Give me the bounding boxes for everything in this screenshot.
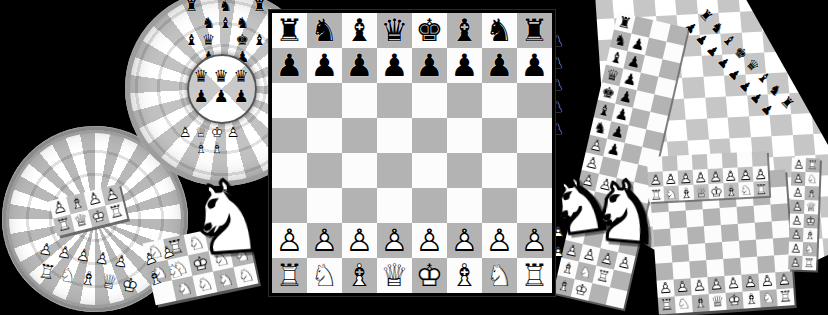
- square-c4[interactable]: [342, 153, 377, 188]
- piece-p: ♟: [346, 50, 374, 81]
- cell: ♚♔: [726, 292, 744, 310]
- cell: ♜♖: [658, 296, 676, 314]
- piece-P: ♟♙: [381, 225, 409, 256]
- square-b5[interactable]: [307, 118, 342, 153]
- piece-Q: ♛♕: [695, 185, 708, 200]
- piece-P: ♟♙: [692, 278, 706, 294]
- cell: [738, 223, 756, 241]
- knight-outline: ♘: [180, 156, 278, 279]
- piece-R: ♜♖: [660, 298, 674, 314]
- piece-b: ♝: [185, 33, 198, 48]
- piece-P: ♟♙: [276, 225, 304, 256]
- cell: ♜: [183, 0, 200, 15]
- cell: ♟♙: [693, 169, 709, 185]
- cell: [772, 220, 790, 238]
- piece-Q: ♛♕: [710, 294, 724, 310]
- piece-r: ♜: [276, 15, 304, 46]
- piece-P: ♟♙: [416, 225, 444, 256]
- square-f6[interactable]: [447, 83, 482, 118]
- square-f8[interactable]: ♝: [447, 13, 482, 48]
- piece-q: ♛: [233, 68, 248, 85]
- cell: ♛♕: [693, 184, 709, 200]
- cell: ♝♗: [692, 294, 710, 312]
- cell: ♝♗: [193, 140, 209, 156]
- cell: ♟♙: [708, 168, 724, 184]
- square-g8[interactable]: ♞: [482, 13, 517, 48]
- piece-N: ♞♘: [740, 182, 753, 197]
- cell: [670, 227, 688, 245]
- piece-n: ♞: [202, 16, 215, 31]
- square-c8[interactable]: ♝: [342, 13, 377, 48]
- cell: [669, 210, 687, 228]
- square-d7[interactable]: ♟: [377, 48, 412, 83]
- cell: [769, 186, 787, 204]
- piece-P: ♟♙: [726, 276, 740, 292]
- piece-N: ♞♘: [677, 296, 691, 312]
- cell: ♞: [200, 15, 217, 32]
- piece-b: ♝: [596, 102, 612, 120]
- piece-r: ♜: [521, 15, 549, 46]
- square-c3[interactable]: [342, 188, 377, 223]
- square-f2[interactable]: ♟♙: [447, 223, 482, 258]
- piece-R: ♜♖: [807, 159, 818, 171]
- cell: [722, 241, 740, 259]
- square-c2[interactable]: ♟♙: [342, 223, 377, 258]
- cell: ♟: [191, 86, 211, 106]
- piece-K: ♚♔: [211, 125, 224, 139]
- chess-collage-scene: ♜♞♜♞♝♞♝♛♚♝♟♟ ♛♛♛♟♟♟ ♟♙♛♕♚♔♟♙♝♗♝♗ ♟♙♟♙♟♙♟…: [0, 0, 828, 315]
- cell: ♞♘: [663, 186, 679, 202]
- piece-P: ♟♙: [791, 215, 802, 227]
- cell: [686, 209, 704, 227]
- piece-P: ♟♙: [675, 279, 689, 295]
- piece-b: ♝: [451, 15, 479, 46]
- cell: ♞♘: [805, 172, 819, 186]
- large-knight-figure: ♞ ♘: [181, 165, 277, 271]
- square-d4[interactable]: [377, 153, 412, 188]
- cell: ♞: [234, 15, 251, 32]
- square-h8[interactable]: ♜: [517, 13, 552, 48]
- rotated-column-board: ♟♙♜♖♟♙♞♘♟♙♝♗♟♙♛♕♟♙♚♔♟♙♝♗♟♙♞♘♟♙♜♖: [788, 158, 820, 271]
- piece-R: ♜♖: [276, 260, 304, 291]
- square-g4[interactable]: [482, 153, 517, 188]
- cell: ♜♖: [802, 256, 816, 270]
- square-e1[interactable]: ♚♔: [412, 258, 447, 293]
- cell: ♟: [231, 86, 251, 106]
- piece-p: ♟: [213, 88, 228, 105]
- square-a5[interactable]: [272, 118, 307, 153]
- piece-r: ♜: [616, 14, 632, 32]
- piece-B: ♝♗: [451, 260, 479, 291]
- cell: [771, 203, 789, 221]
- square-h1[interactable]: ♜♖: [517, 258, 552, 293]
- piece-q: ♛: [193, 68, 208, 85]
- piece-N: ♞♘: [577, 264, 593, 282]
- piece-R: ♜♖: [755, 181, 768, 196]
- square-e6[interactable]: [412, 83, 447, 118]
- cell: [251, 49, 268, 66]
- square-c5[interactable]: [342, 118, 377, 153]
- cell: ♝♗: [804, 186, 818, 200]
- cell: ♟♙: [678, 170, 694, 186]
- piece-P: ♟♙: [754, 166, 767, 181]
- square-e4[interactable]: [412, 153, 447, 188]
- piece-P: ♟♙: [790, 257, 801, 269]
- cell: ♞♘: [803, 242, 817, 256]
- cell: [703, 208, 721, 226]
- cell: ♟♙: [789, 228, 803, 242]
- square-d6[interactable]: [377, 83, 412, 118]
- cell: [225, 140, 241, 156]
- cell: ♚: [234, 32, 251, 49]
- piece-P: ♟♙: [227, 125, 240, 139]
- piece-n: ♞: [612, 32, 628, 50]
- cell: ♝: [251, 32, 268, 49]
- square-d2[interactable]: ♟♙: [377, 223, 412, 258]
- piece-R: ♜♖: [107, 203, 125, 222]
- square-a6[interactable]: [272, 83, 307, 118]
- square-e7[interactable]: ♟: [412, 48, 447, 83]
- piece-P: ♟♙: [790, 243, 801, 255]
- square-h6[interactable]: [517, 83, 552, 118]
- piece-q: ♛: [213, 68, 228, 85]
- piece-k: ♚: [600, 84, 616, 102]
- square-f3[interactable]: [447, 188, 482, 223]
- square-c1[interactable]: ♝♗: [342, 258, 377, 293]
- cell: ♛♕: [709, 293, 727, 311]
- cell: ♛: [211, 66, 231, 86]
- piece-P: ♟♙: [451, 225, 479, 256]
- piece-b: ♝: [346, 15, 374, 46]
- cell: [737, 206, 755, 224]
- square-a8[interactable]: ♜: [272, 13, 307, 48]
- piece-P: ♟♙: [709, 169, 722, 184]
- piece-N: ♞♘: [164, 259, 187, 283]
- cell: ♛♕: [193, 124, 209, 140]
- square-f4[interactable]: [447, 153, 482, 188]
- knight-outline: ♘: [584, 160, 668, 264]
- cell: ♝: [183, 32, 200, 49]
- cell: ♟♙: [738, 167, 754, 183]
- piece-Q: ♛♕: [806, 201, 817, 213]
- square-g7[interactable]: ♟: [482, 48, 517, 83]
- piece-p: ♟: [486, 50, 514, 81]
- square-g1[interactable]: ♞♘: [482, 258, 517, 293]
- piece-B: ♝♗: [806, 187, 817, 199]
- cell: ♜♖: [753, 181, 769, 197]
- piece-k: ♚: [416, 15, 444, 46]
- cell: [183, 15, 200, 32]
- piece-p: ♟: [233, 88, 248, 105]
- piece-n: ♞: [486, 15, 514, 46]
- piece-N: ♞♘: [486, 260, 514, 291]
- piece-q: ♛: [604, 67, 620, 85]
- piece-P: ♟♙: [709, 277, 723, 293]
- piece-p: ♟: [618, 88, 634, 106]
- square-g6[interactable]: [482, 83, 517, 118]
- cell: [756, 238, 774, 256]
- piece-P: ♟♙: [777, 272, 791, 288]
- piece-B: ♝♗: [211, 141, 224, 155]
- piece-B: ♝♗: [725, 183, 738, 198]
- square-e3[interactable]: [412, 188, 447, 223]
- square-c7[interactable]: ♟: [342, 48, 377, 83]
- square-f7[interactable]: ♟: [447, 48, 482, 83]
- piece-p: ♟: [626, 53, 642, 71]
- square-g3[interactable]: [482, 188, 517, 223]
- cell: ♞♘: [738, 182, 754, 198]
- square-d1[interactable]: ♛♕: [377, 258, 412, 293]
- piece-k: ♚: [236, 33, 249, 48]
- piece-P: ♟♙: [743, 275, 757, 291]
- cell: ♟♙: [790, 186, 804, 200]
- piece-P: ♟♙: [75, 246, 92, 264]
- piece-P: ♟♙: [694, 170, 707, 185]
- piece-P: ♟♙: [791, 229, 802, 241]
- square-g5[interactable]: [482, 118, 517, 153]
- piece-Q: ♛♕: [99, 271, 119, 292]
- cell: ♛♕: [804, 200, 818, 214]
- piece-P: ♟♙: [724, 168, 737, 183]
- cell: ♛: [231, 66, 251, 86]
- piece-N: ♞♘: [804, 243, 815, 255]
- cell: [677, 155, 693, 171]
- cell: ♟♙: [788, 255, 802, 269]
- right-knight-figure: ♞ ♘: [584, 167, 666, 257]
- square-b1[interactable]: ♞♘: [307, 258, 342, 293]
- piece-p: ♟: [606, 141, 622, 159]
- piece-B: ♝♗: [805, 229, 816, 241]
- cell: ♞♘: [675, 295, 693, 313]
- cell: ♜: [251, 0, 268, 15]
- piece-B: ♝♗: [556, 277, 572, 295]
- piece-P: ♟♙: [679, 170, 692, 185]
- cell: ♟♙: [790, 200, 804, 214]
- square-e8[interactable]: ♚: [412, 13, 447, 48]
- piece-P: ♟♙: [521, 225, 549, 256]
- piece-Q: ♛♕: [381, 260, 409, 291]
- piece-P: ♟♙: [793, 173, 804, 185]
- main-board: ♜♞♝♛♚♝♞♜♟♟♟♟♟♟♟♟♟♙♟♙♟♙♟♙♟♙♟♙♟♙♟♙♜♖♞♘♝♗♛♕…: [269, 10, 555, 296]
- square-d8[interactable]: ♛: [377, 13, 412, 48]
- piece-p: ♟: [416, 50, 444, 81]
- piece-p: ♟: [451, 50, 479, 81]
- piece-n: ♞: [311, 15, 339, 46]
- cell: [721, 224, 739, 242]
- piece-B: ♝♗: [693, 295, 707, 311]
- cell: ♛: [191, 66, 211, 86]
- piece-N: ♞♘: [807, 173, 818, 185]
- cell: ♟♙: [225, 124, 241, 140]
- piece-p: ♟: [521, 50, 549, 81]
- piece-K: ♚♔: [90, 207, 108, 226]
- piece-p: ♟: [276, 50, 304, 81]
- cell: ♟: [211, 86, 231, 106]
- piece-p: ♟: [622, 71, 638, 89]
- cell: ♞♘: [759, 289, 777, 307]
- cell: ♟♙: [110, 251, 132, 273]
- cell: [234, 0, 251, 15]
- cell: [606, 287, 628, 309]
- square-h5[interactable]: [517, 118, 552, 153]
- piece-q: ♛: [381, 15, 409, 46]
- piece-R: ♜♖: [521, 260, 549, 291]
- piece-N: ♞♘: [311, 260, 339, 291]
- cell: ♜♖: [805, 158, 819, 172]
- piece-R: ♜♖: [778, 289, 792, 305]
- piece-B: ♝♗: [680, 185, 693, 200]
- piece-P: ♟♙: [760, 273, 774, 289]
- piece-P: ♟♙: [486, 225, 514, 256]
- cell: [217, 32, 234, 49]
- piece-P: ♟♙: [179, 125, 192, 139]
- cell: [707, 153, 723, 169]
- square-a4[interactable]: [272, 153, 307, 188]
- piece-P: ♟♙: [56, 244, 73, 262]
- piece-P: ♟♙: [346, 225, 374, 256]
- cell: [200, 0, 217, 15]
- piece-R: ♜♖: [37, 261, 57, 282]
- lens-queens: ♛♛♛♟♟♟: [191, 66, 251, 106]
- piece-K: ♚♔: [710, 184, 723, 199]
- cell: ♛: [200, 32, 217, 49]
- piece-K: ♚♔: [727, 293, 741, 309]
- piece-B: ♝♗: [560, 260, 576, 278]
- piece-b: ♝: [219, 16, 232, 31]
- square-c6[interactable]: [342, 83, 377, 118]
- cell: ♚♔: [209, 124, 225, 140]
- piece-r: ♜: [253, 0, 266, 14]
- piece-N: ♞♘: [761, 290, 775, 306]
- cell: ♝♗: [678, 185, 694, 201]
- cell: ♝♗: [803, 228, 817, 242]
- square-e5[interactable]: [412, 118, 447, 153]
- piece-P: ♟♙: [588, 137, 604, 155]
- square-b2[interactable]: ♟♙: [307, 223, 342, 258]
- piece-b: ♝: [253, 33, 266, 48]
- cell: [687, 226, 705, 244]
- cell: ♝♗: [723, 182, 739, 198]
- cell: ♝: [217, 15, 234, 32]
- piece-P: ♟♙: [739, 167, 752, 182]
- cell: [704, 225, 722, 243]
- cell: ♝♗: [209, 140, 225, 156]
- cell: ♝♗: [743, 291, 761, 309]
- cell: [688, 243, 706, 261]
- square-b7[interactable]: ♟: [307, 48, 342, 83]
- piece-K: ♚♔: [573, 281, 589, 299]
- cell: [705, 242, 723, 260]
- piece-P: ♟♙: [793, 159, 804, 171]
- cell: [754, 205, 772, 223]
- cell: [737, 152, 753, 168]
- piece-r: ♜: [185, 0, 198, 14]
- cell: [752, 151, 768, 167]
- cell: ♟♙: [753, 166, 769, 182]
- piece-B: ♝♗: [195, 141, 208, 155]
- square-b3[interactable]: [307, 188, 342, 223]
- square-d3[interactable]: [377, 188, 412, 223]
- piece-P: ♟♙: [311, 225, 339, 256]
- cell: ♜♖: [776, 288, 794, 306]
- piece-p: ♟: [630, 36, 646, 54]
- cell: [177, 140, 193, 156]
- square-e2[interactable]: ♟♙: [412, 223, 447, 258]
- cell: ♟♙: [789, 241, 803, 255]
- piece-P: ♟♙: [792, 201, 803, 213]
- cell: [768, 169, 786, 187]
- square-f5[interactable]: [447, 118, 482, 153]
- piece-n: ♞: [219, 0, 232, 14]
- cell: ♚♔: [708, 183, 724, 199]
- piece-R: ♜♖: [804, 257, 815, 269]
- square-d5[interactable]: [377, 118, 412, 153]
- cell: [251, 15, 268, 32]
- cell: [692, 154, 708, 170]
- cell: ♞: [217, 0, 234, 15]
- piece-N: ♞♘: [58, 264, 78, 285]
- piece-P: ♟♙: [658, 281, 672, 297]
- piece-R: ♜♖: [595, 268, 611, 286]
- square-b8[interactable]: ♞: [307, 13, 342, 48]
- cell: [722, 152, 738, 168]
- piece-p: ♟: [311, 50, 339, 81]
- cell: ♚♔: [804, 214, 818, 228]
- cell: ♟♙: [791, 158, 805, 172]
- piece-K: ♚♔: [120, 274, 140, 295]
- piece-Q: ♛♕: [195, 125, 208, 139]
- piece-p: ♟: [610, 123, 626, 141]
- cell: [739, 240, 757, 258]
- piece-K: ♚♔: [805, 215, 816, 227]
- cell: ♟♙: [723, 167, 739, 183]
- sphere-board-white-pieces: ♟♙♛♕♚♔♟♙♝♗♝♗: [177, 124, 241, 156]
- cell: ♟♙: [177, 124, 193, 140]
- piece-n: ♞: [236, 16, 249, 31]
- cell: [720, 207, 738, 225]
- piece-p: ♟: [614, 106, 630, 124]
- square-h2[interactable]: ♟♙: [517, 223, 552, 258]
- piece-p: ♟: [381, 50, 409, 81]
- cell: ♚♔: [118, 273, 142, 297]
- square-b6[interactable]: [307, 83, 342, 118]
- piece-p: ♟: [193, 88, 208, 105]
- cell: ♟♙: [790, 214, 804, 228]
- cell: [755, 221, 773, 239]
- square-h7[interactable]: ♟: [517, 48, 552, 83]
- square-b4[interactable]: [307, 153, 342, 188]
- magnifier-lens: ♛♛♛♟♟♟: [187, 54, 257, 124]
- cell: [671, 244, 689, 262]
- piece-b: ♝: [608, 49, 624, 67]
- square-g2[interactable]: ♟♙: [482, 223, 517, 258]
- square-a2[interactable]: ♟♙: [272, 223, 307, 258]
- piece-R: ♜♖: [55, 216, 73, 235]
- piece-Q: ♛♕: [73, 211, 91, 230]
- piece-P: ♟♙: [94, 249, 111, 267]
- piece-N: ♞♘: [665, 186, 678, 201]
- piece-B: ♝♗: [744, 292, 758, 308]
- piece-P: ♟♙: [792, 187, 803, 199]
- square-a3[interactable]: [272, 188, 307, 223]
- piece-P: ♟♙: [113, 252, 130, 270]
- piece-B: ♝♗: [79, 268, 99, 289]
- piece-K: ♚♔: [416, 260, 444, 291]
- cell: ♟♙: [791, 172, 805, 186]
- square-f1[interactable]: ♝♗: [447, 258, 482, 293]
- piece-B: ♝♗: [346, 260, 374, 291]
- square-a7[interactable]: ♟: [272, 48, 307, 83]
